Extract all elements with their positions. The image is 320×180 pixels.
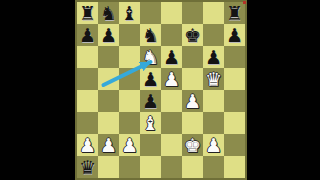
board: ♜♞♝♜♟♟♞♚♟♞♟♟♟♟♛♟♟♝♟♟♟♚♟♛: [77, 2, 245, 178]
square-b7[interactable]: ♟: [98, 24, 119, 46]
square-d1[interactable]: [140, 156, 161, 178]
square-g6[interactable]: ♟: [203, 46, 224, 68]
square-e8[interactable]: [161, 2, 182, 24]
square-a5[interactable]: [77, 68, 98, 90]
white-king-f2: ♚: [182, 134, 203, 156]
square-d4[interactable]: ♟: [140, 90, 161, 112]
square-f8[interactable]: [182, 2, 203, 24]
square-h2[interactable]: [224, 134, 245, 156]
white-pawn-c2: ♟: [119, 134, 140, 156]
right-letterbox: [247, 0, 320, 180]
square-c3[interactable]: [119, 112, 140, 134]
square-h1[interactable]: [224, 156, 245, 178]
square-g8[interactable]: [203, 2, 224, 24]
white-bishop-d3: ♝: [140, 112, 161, 134]
square-a7[interactable]: ♟: [77, 24, 98, 46]
square-e3[interactable]: [161, 112, 182, 134]
square-h3[interactable]: [224, 112, 245, 134]
square-d8[interactable]: [140, 2, 161, 24]
square-a2[interactable]: ♟: [77, 134, 98, 156]
square-f1[interactable]: [182, 156, 203, 178]
square-h7[interactable]: ♟: [224, 24, 245, 46]
corner-marker-dot: [243, 1, 246, 4]
square-h6[interactable]: [224, 46, 245, 68]
square-c4[interactable]: [119, 90, 140, 112]
black-pawn-h7: ♟: [224, 24, 245, 46]
square-h8[interactable]: ♜: [224, 2, 245, 24]
square-b4[interactable]: [98, 90, 119, 112]
square-g5[interactable]: ♛: [203, 68, 224, 90]
square-b5[interactable]: [98, 68, 119, 90]
white-pawn-a2: ♟: [77, 134, 98, 156]
black-king-f7: ♚: [182, 24, 203, 46]
left-letterbox: [0, 0, 75, 180]
square-e2[interactable]: [161, 134, 182, 156]
white-pawn-g2: ♟: [203, 134, 224, 156]
black-pawn-d5: ♟: [140, 68, 161, 90]
white-knight-d6: ♞: [140, 46, 161, 68]
black-bishop-c8: ♝: [119, 2, 140, 24]
square-c8[interactable]: ♝: [119, 2, 140, 24]
black-pawn-b7: ♟: [98, 24, 119, 46]
square-f6[interactable]: [182, 46, 203, 68]
square-a6[interactable]: [77, 46, 98, 68]
square-d3[interactable]: ♝: [140, 112, 161, 134]
white-pawn-b2: ♟: [98, 134, 119, 156]
square-g2[interactable]: ♟: [203, 134, 224, 156]
square-e5[interactable]: ♟: [161, 68, 182, 90]
square-c7[interactable]: [119, 24, 140, 46]
square-b2[interactable]: ♟: [98, 134, 119, 156]
chess-board-frame: ♜♞♝♜♟♟♞♚♟♞♟♟♟♟♛♟♟♝♟♟♟♚♟♛: [75, 0, 247, 180]
black-knight-b8: ♞: [98, 2, 119, 24]
square-g4[interactable]: [203, 90, 224, 112]
square-d2[interactable]: [140, 134, 161, 156]
black-pawn-d4: ♟: [140, 90, 161, 112]
square-c2[interactable]: ♟: [119, 134, 140, 156]
square-f2[interactable]: ♚: [182, 134, 203, 156]
square-f7[interactable]: ♚: [182, 24, 203, 46]
square-g1[interactable]: [203, 156, 224, 178]
square-e1[interactable]: [161, 156, 182, 178]
square-f5[interactable]: [182, 68, 203, 90]
square-b1[interactable]: [98, 156, 119, 178]
black-pawn-g6: ♟: [203, 46, 224, 68]
square-e7[interactable]: [161, 24, 182, 46]
black-queen-a1: ♛: [77, 156, 98, 178]
square-b6[interactable]: [98, 46, 119, 68]
square-f3[interactable]: [182, 112, 203, 134]
square-d6[interactable]: ♞: [140, 46, 161, 68]
square-g3[interactable]: [203, 112, 224, 134]
square-e6[interactable]: ♟: [161, 46, 182, 68]
square-e4[interactable]: [161, 90, 182, 112]
white-pawn-f4: ♟: [182, 90, 203, 112]
black-knight-d7: ♞: [140, 24, 161, 46]
square-h4[interactable]: [224, 90, 245, 112]
square-a1[interactable]: ♛: [77, 156, 98, 178]
square-a3[interactable]: [77, 112, 98, 134]
black-rook-h8: ♜: [224, 2, 245, 24]
square-a4[interactable]: [77, 90, 98, 112]
square-b3[interactable]: [98, 112, 119, 134]
white-queen-g5: ♛: [203, 68, 224, 90]
square-c1[interactable]: [119, 156, 140, 178]
square-h5[interactable]: [224, 68, 245, 90]
black-pawn-e6: ♟: [161, 46, 182, 68]
square-a8[interactable]: ♜: [77, 2, 98, 24]
square-d7[interactable]: ♞: [140, 24, 161, 46]
black-pawn-a7: ♟: [77, 24, 98, 46]
square-c5[interactable]: [119, 68, 140, 90]
square-g7[interactable]: [203, 24, 224, 46]
white-pawn-e5: ♟: [161, 68, 182, 90]
square-b8[interactable]: ♞: [98, 2, 119, 24]
black-rook-a8: ♜: [77, 2, 98, 24]
square-f4[interactable]: ♟: [182, 90, 203, 112]
square-d5[interactable]: ♟: [140, 68, 161, 90]
square-c6[interactable]: [119, 46, 140, 68]
